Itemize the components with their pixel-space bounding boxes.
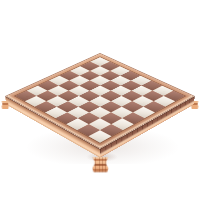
copper-rook-icon: ♜ (21, 69, 31, 98)
silver-bishop-icon: ♝ (116, 90, 129, 127)
board-foot-right-corner (191, 101, 199, 109)
copper-pawn-icon: ♟ (86, 56, 93, 78)
copper-pawn-icon: ♟ (32, 80, 40, 103)
copper-pawn-icon: ♟ (65, 65, 73, 87)
chess-set-product-photo: ♜♟♟♜♞♟♟♞♝♟♟♝♛♟♟♛♚♟♟♚♝♟♟♝♞♟♟♞♜♟♟♜ (0, 0, 200, 200)
silver-pawn-icon: ♟ (84, 108, 92, 132)
board-foot-front-corner (92, 157, 109, 173)
silver-knight-icon: ♞ (106, 99, 118, 133)
board-foot-left-corner (1, 101, 9, 109)
silver-knight-icon: ♞ (159, 72, 170, 104)
copper-pawn-icon: ♟ (106, 47, 113, 68)
silver-rook-icon: ♜ (169, 69, 179, 98)
silver-rook-icon: ♜ (95, 107, 106, 138)
copper-pawn-icon: ♟ (54, 70, 62, 92)
copper-pawn-icon: ♟ (76, 60, 84, 82)
copper-pawn-icon: ♟ (96, 51, 103, 72)
copper-pawn-icon: ♟ (43, 75, 51, 98)
